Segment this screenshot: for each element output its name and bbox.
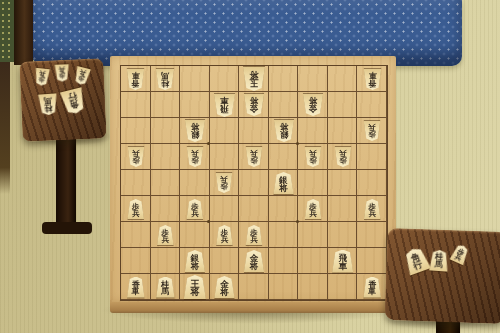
piece-kanji: 歩 兵 xyxy=(38,70,46,83)
shogi-piece-金将[interactable]: 金 将 xyxy=(213,276,235,298)
square-2h: 飛 車 xyxy=(328,248,358,274)
shogi-piece-歩兵[interactable]: 歩 兵 xyxy=(186,147,204,167)
square-1h xyxy=(357,248,387,274)
square-9c xyxy=(121,118,151,144)
square-7h: 銀 将 xyxy=(180,248,210,274)
square-2i xyxy=(328,274,358,300)
shogi-piece-歩兵[interactable]: 歩 兵 xyxy=(215,225,233,245)
piece-kanji: 金 将 xyxy=(220,280,229,296)
shogi-piece-金将[interactable]: 金 将 xyxy=(243,94,265,116)
shogi-piece-歩兵[interactable]: 歩 兵 xyxy=(215,173,233,193)
left-stand-edge xyxy=(0,62,10,194)
piece-kanji: 香 車 xyxy=(132,280,140,295)
square-8f xyxy=(151,196,181,222)
piece-kanji: 歩 兵 xyxy=(221,229,229,243)
square-1d xyxy=(357,144,387,170)
square-8h xyxy=(151,248,181,274)
piece-kanji: 歩 兵 xyxy=(191,150,199,164)
left-komadai-foot xyxy=(42,222,92,234)
shogi-piece-歩兵[interactable]: 歩 兵 xyxy=(245,225,263,245)
square-7a xyxy=(180,66,210,92)
shogi-piece-歩兵[interactable]: 歩 兵 xyxy=(34,68,51,87)
square-1c: 歩 兵 xyxy=(357,118,387,144)
shogi-piece-銀将[interactable]: 銀 将 xyxy=(273,172,295,194)
square-8g: 歩 兵 xyxy=(151,222,181,248)
hoshi-dot xyxy=(296,220,299,223)
square-4f xyxy=(269,196,299,222)
square-4e: 銀 将 xyxy=(269,170,299,196)
square-5b: 金 将 xyxy=(239,92,269,118)
shogi-piece-玉将[interactable]: 玉 将 xyxy=(242,67,266,91)
right-komadai xyxy=(384,228,500,324)
shogi-piece-香車[interactable]: 香 車 xyxy=(126,69,145,90)
square-8c xyxy=(151,118,181,144)
piece-kanji: 歩 兵 xyxy=(162,229,170,243)
piece-kanji: 王 将 xyxy=(190,279,199,296)
shogi-piece-歩兵[interactable]: 歩 兵 xyxy=(363,121,381,141)
shogi-piece-歩兵[interactable]: 歩 兵 xyxy=(127,147,145,167)
piece-kanji: 歩 兵 xyxy=(309,203,317,217)
shogi-piece-飛車[interactable]: 飛 車 xyxy=(331,250,354,273)
piece-kanji: 銀 将 xyxy=(191,123,200,139)
piece-kanji: 香 車 xyxy=(368,280,376,295)
square-5d: 歩 兵 xyxy=(239,144,269,170)
square-1a: 香 車 xyxy=(357,66,387,92)
shogi-piece-歩兵[interactable]: 歩 兵 xyxy=(156,225,174,245)
square-3h xyxy=(298,248,328,274)
tatami-heri-strip xyxy=(0,0,14,62)
square-8b xyxy=(151,92,181,118)
square-6e: 歩 兵 xyxy=(210,170,240,196)
piece-kanji: 歩 兵 xyxy=(132,150,140,164)
square-3a xyxy=(298,66,328,92)
piece-kanji: 歩 兵 xyxy=(59,67,66,79)
shogi-piece-桂馬[interactable]: 桂 馬 xyxy=(155,69,175,90)
square-7e xyxy=(180,170,210,196)
square-1b xyxy=(357,92,387,118)
hoshi-dot xyxy=(207,142,210,145)
square-6g: 歩 兵 xyxy=(210,222,240,248)
shogi-piece-歩兵[interactable]: 歩 兵 xyxy=(54,64,70,82)
piece-kanji: 香 車 xyxy=(132,71,140,86)
square-7i: 王 将 xyxy=(180,274,210,300)
piece-kanji: 金 将 xyxy=(250,254,259,270)
piece-kanji: 角 行 xyxy=(67,92,80,110)
piece-kanji: 桂 馬 xyxy=(43,96,52,112)
piece-kanji: 歩 兵 xyxy=(368,203,376,217)
scene: 歩 兵歩 兵歩 兵桂 馬角 行 香 車桂 馬玉 将香 車飛 車金 将金 将銀 将… xyxy=(0,0,500,333)
shogi-piece-歩兵[interactable]: 歩 兵 xyxy=(334,147,352,167)
board-front-edge xyxy=(110,302,396,313)
square-4i xyxy=(269,274,299,300)
piece-kanji: 歩 兵 xyxy=(221,176,229,190)
shogi-piece-銀将[interactable]: 銀 将 xyxy=(184,120,206,142)
piece-kanji: 桂 馬 xyxy=(161,280,169,295)
shogi-piece-香車[interactable]: 香 車 xyxy=(363,277,382,298)
wood-post xyxy=(14,0,33,65)
square-1e xyxy=(357,170,387,196)
left-komadai-leg xyxy=(56,132,76,230)
square-4c: 銀 将 xyxy=(269,118,299,144)
shogi-piece-金将[interactable]: 金 将 xyxy=(243,250,265,272)
piece-kanji: 歩 兵 xyxy=(250,150,258,164)
square-5a: 玉 将 xyxy=(239,66,269,92)
square-9e xyxy=(121,170,151,196)
piece-kanji: 歩 兵 xyxy=(454,247,465,261)
piece-kanji: 銀 将 xyxy=(279,176,288,192)
square-6d xyxy=(210,144,240,170)
piece-kanji: 歩 兵 xyxy=(309,150,317,164)
shogi-piece-歩兵[interactable]: 歩 兵 xyxy=(127,199,145,219)
piece-kanji: 銀 将 xyxy=(191,254,200,270)
square-2g xyxy=(328,222,358,248)
piece-kanji: 飛 車 xyxy=(338,254,347,270)
piece-kanji: 歩 兵 xyxy=(78,69,87,82)
square-9b xyxy=(121,92,151,118)
square-1f: 歩 兵 xyxy=(357,196,387,222)
square-5c xyxy=(239,118,269,144)
square-9f: 歩 兵 xyxy=(121,196,151,222)
square-9g xyxy=(121,222,151,248)
square-4g xyxy=(269,222,299,248)
hoshi-dot xyxy=(296,142,299,145)
shogi-piece-王将[interactable]: 王 将 xyxy=(183,275,207,299)
piece-kanji: 角 行 xyxy=(410,252,424,271)
piece-kanji: 銀 将 xyxy=(279,123,288,139)
piece-kanji: 歩 兵 xyxy=(132,203,140,217)
square-9a: 香 車 xyxy=(121,66,151,92)
square-8d xyxy=(151,144,181,170)
shogi-piece-歩兵[interactable]: 歩 兵 xyxy=(186,199,204,219)
square-1i: 香 車 xyxy=(357,274,387,300)
square-9h xyxy=(121,248,151,274)
shogi-piece-金将[interactable]: 金 将 xyxy=(302,94,324,116)
shogi-piece-歩兵[interactable]: 歩 兵 xyxy=(245,147,263,167)
shogi-piece-歩兵[interactable]: 歩 兵 xyxy=(304,199,322,219)
square-5g: 歩 兵 xyxy=(239,222,269,248)
square-6b: 飛 車 xyxy=(210,92,240,118)
square-3b: 金 将 xyxy=(298,92,328,118)
square-4a xyxy=(269,66,299,92)
square-5e xyxy=(239,170,269,196)
square-3c xyxy=(298,118,328,144)
square-2e xyxy=(328,170,358,196)
square-8e xyxy=(151,170,181,196)
square-1g xyxy=(357,222,387,248)
square-2f xyxy=(328,196,358,222)
hoshi-dot xyxy=(207,220,210,223)
piece-kanji: 香 車 xyxy=(368,71,376,86)
square-8a: 桂 馬 xyxy=(151,66,181,92)
square-6i: 金 将 xyxy=(210,274,240,300)
piece-kanji: 金 将 xyxy=(309,97,318,113)
shogi-piece-香車[interactable]: 香 車 xyxy=(363,69,382,90)
shogi-piece-桂馬[interactable]: 桂 馬 xyxy=(428,249,449,271)
square-6c xyxy=(210,118,240,144)
square-6h xyxy=(210,248,240,274)
piece-kanji: 金 将 xyxy=(250,97,259,113)
square-5f xyxy=(239,196,269,222)
shogi-piece-香車[interactable]: 香 車 xyxy=(126,277,145,298)
square-3e xyxy=(298,170,328,196)
piece-kanji: 桂 馬 xyxy=(434,253,443,269)
square-7c: 銀 将 xyxy=(180,118,210,144)
shogi-piece-銀将[interactable]: 銀 将 xyxy=(273,120,295,142)
shogi-piece-歩兵[interactable]: 歩 兵 xyxy=(363,199,381,219)
piece-kanji: 玉 将 xyxy=(249,70,258,87)
board-grid: 香 車桂 馬玉 将香 車飛 車金 将金 将銀 将銀 将歩 兵歩 兵歩 兵歩 兵歩… xyxy=(120,65,388,301)
square-3i xyxy=(298,274,328,300)
square-2b xyxy=(328,92,358,118)
square-9d: 歩 兵 xyxy=(121,144,151,170)
square-3f: 歩 兵 xyxy=(298,196,328,222)
piece-kanji: 歩 兵 xyxy=(339,150,347,164)
square-2d: 歩 兵 xyxy=(328,144,358,170)
piece-kanji: 桂 馬 xyxy=(161,71,169,86)
shogi-piece-歩兵[interactable]: 歩 兵 xyxy=(304,147,322,167)
square-2a xyxy=(328,66,358,92)
piece-kanji: 歩 兵 xyxy=(191,203,199,217)
square-4d xyxy=(269,144,299,170)
square-9i: 香 車 xyxy=(121,274,151,300)
square-5i xyxy=(239,274,269,300)
piece-kanji: 歩 兵 xyxy=(250,229,258,243)
square-8i: 桂 馬 xyxy=(151,274,181,300)
square-2c xyxy=(328,118,358,144)
square-6f xyxy=(210,196,240,222)
piece-kanji: 飛 車 xyxy=(220,97,229,113)
shogi-piece-桂馬[interactable]: 桂 馬 xyxy=(37,93,58,115)
square-3d: 歩 兵 xyxy=(298,144,328,170)
square-4b xyxy=(269,92,299,118)
shogi-piece-銀将[interactable]: 銀 将 xyxy=(184,250,206,272)
square-4h xyxy=(269,248,299,274)
square-7b xyxy=(180,92,210,118)
shogi-piece-飛車[interactable]: 飛 車 xyxy=(213,94,236,117)
square-6a xyxy=(210,66,240,92)
square-7d: 歩 兵 xyxy=(180,144,210,170)
square-3g xyxy=(298,222,328,248)
square-5h: 金 将 xyxy=(239,248,269,274)
shogi-piece-桂馬[interactable]: 桂 馬 xyxy=(155,277,175,298)
square-7g xyxy=(180,222,210,248)
piece-kanji: 歩 兵 xyxy=(368,124,376,138)
square-7f: 歩 兵 xyxy=(180,196,210,222)
